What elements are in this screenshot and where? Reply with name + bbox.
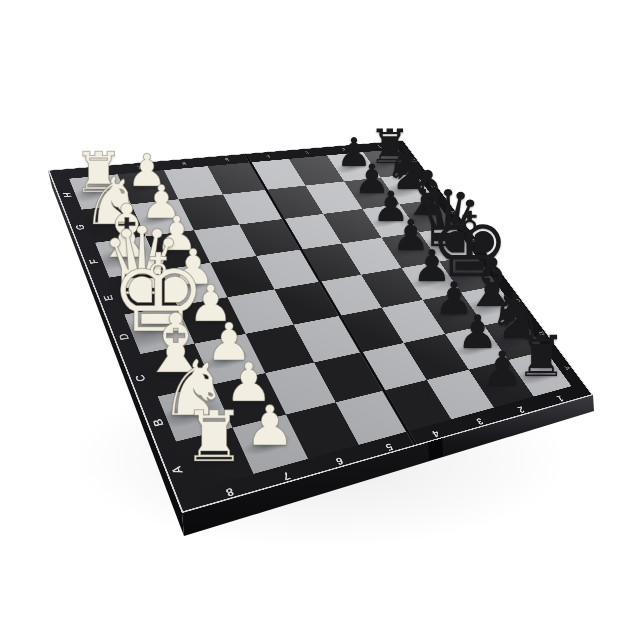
piece-white-pawn-a7[interactable]: ♟ [245,399,295,455]
chess-set-photo: HHGGFFEEDDCCBBAA8877665544332211 ♜♟♟♞♜♟♝… [0,0,625,625]
pieces-layer: ♜♟♟♞♜♟♝♟♟♞♛♟♟♝♚♟♟♛♝♟♟♚♞♟♟♝♜♟♟♞♟♜ [0,0,625,625]
piece-white-rook-a8[interactable]: ♜ [183,402,246,472]
piece-black-pawn-a2[interactable]: ♟ [481,345,524,393]
